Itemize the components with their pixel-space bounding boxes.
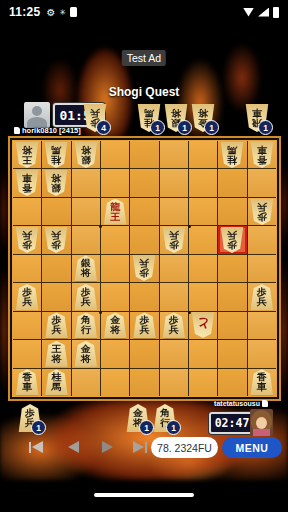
board-square-4f[interactable]	[160, 283, 188, 310]
board-square-3b[interactable]	[189, 169, 217, 196]
shogi-piece-歩兵-sente[interactable]: 歩兵	[15, 284, 39, 310]
avatar-clothes	[253, 429, 270, 436]
shogi-piece-銀将-gote[interactable]: 銀将	[44, 170, 68, 196]
shogi-piece-桂馬-gote[interactable]: 桂馬	[44, 142, 68, 168]
hoshi-dot	[99, 311, 102, 314]
shogi-piece-桂馬-sente[interactable]: 桂馬	[44, 369, 68, 395]
board-square-1h[interactable]	[248, 340, 276, 367]
shogi-piece-と-gote[interactable]: と	[191, 312, 215, 338]
board-square-2h[interactable]	[218, 340, 246, 367]
step-back-button[interactable]	[64, 439, 82, 455]
hand-piece-count-badge: 1	[31, 420, 46, 435]
board-square-6i[interactable]	[101, 369, 129, 396]
board-square-1e[interactable]	[248, 255, 276, 282]
board-square-8i[interactable]: 桂馬	[42, 369, 70, 396]
board-square-9g[interactable]	[13, 312, 41, 339]
board-square-7h[interactable]: 金将	[72, 340, 100, 367]
board-square-8b[interactable]: 銀将	[42, 169, 70, 196]
board-square-2a[interactable]: 桂馬	[218, 141, 246, 168]
board-square-8a[interactable]: 桂馬	[42, 141, 70, 168]
shogi-piece-歩兵-gote[interactable]: 歩兵	[250, 199, 274, 225]
shogi-piece-歩兵-sente[interactable]: 歩兵	[44, 312, 68, 338]
shogi-piece-香車-gote[interactable]: 香車	[250, 142, 274, 168]
shogi-piece-歩兵-gote[interactable]: 歩兵	[15, 227, 39, 253]
board-square-5c[interactable]	[130, 198, 158, 225]
board-square-7c[interactable]	[72, 198, 100, 225]
board-square-2f[interactable]	[218, 283, 246, 310]
board-square-3e[interactable]	[189, 255, 217, 282]
board-square-6a[interactable]	[101, 141, 129, 168]
board-square-2b[interactable]	[218, 169, 246, 196]
board-square-1f[interactable]: 歩兵	[248, 283, 276, 310]
forward-icon	[102, 441, 113, 453]
board-square-5h[interactable]	[130, 340, 158, 367]
shogi-quest-app: 11:25 ⚙ ✳ Test Ad Shogi Quest 01:50 hori…	[0, 0, 288, 512]
hand-piece-count-badge: 1	[258, 120, 273, 135]
board-square-9a[interactable]: 王将	[13, 141, 41, 168]
board-square-7b[interactable]	[72, 169, 100, 196]
board-square-7a[interactable]: 銀将	[72, 141, 100, 168]
hand-piece-歩兵-gote[interactable]: 歩兵4	[83, 104, 107, 132]
menu-button[interactable]: MENU	[222, 437, 282, 458]
board-square-3g[interactable]: と	[189, 312, 217, 339]
shogi-piece-龍王-sente[interactable]: 龍王	[103, 199, 127, 225]
board-square-6e[interactable]	[101, 255, 129, 282]
board-square-1a[interactable]: 香車	[248, 141, 276, 168]
board-square-2g[interactable]	[218, 312, 246, 339]
board-square-9i[interactable]: 香車	[13, 369, 41, 396]
hand-piece-count-badge: 1	[204, 120, 219, 135]
hand-piece-歩兵-sente[interactable]: 歩兵1	[18, 404, 42, 432]
player-clock: 02:47	[209, 412, 255, 434]
shogi-piece-歩兵-sente[interactable]: 歩兵	[250, 284, 274, 310]
board-square-5e[interactable]: 歩兵	[130, 255, 158, 282]
shogi-piece-桂馬-gote[interactable]: 桂馬	[220, 142, 244, 168]
board-square-4e[interactable]	[160, 255, 188, 282]
board-square-8e[interactable]	[42, 255, 70, 282]
board-square-3i[interactable]	[189, 369, 217, 396]
board-square-7f[interactable]: 歩兵	[72, 283, 100, 310]
board-square-7e[interactable]: 銀将	[72, 255, 100, 282]
shogi-piece-歩兵-sente[interactable]: 歩兵	[132, 312, 156, 338]
hoshi-dot	[99, 225, 102, 228]
shogi-piece-香車-gote[interactable]: 香車	[15, 170, 39, 196]
skip-to-start-button[interactable]	[27, 439, 45, 455]
hand-piece-金将-sente[interactable]: 金将1	[126, 404, 150, 432]
hand-piece-角行-sente[interactable]: 角行1	[153, 404, 177, 432]
notification-icon: ✳	[60, 8, 67, 17]
back-icon	[68, 441, 79, 453]
board-square-4d[interactable]: 歩兵	[160, 226, 188, 253]
board-square-7g[interactable]: 角行	[72, 312, 100, 339]
opponent-name-row: horik0810 [2415]	[14, 126, 81, 135]
shogi-piece-香車-sente[interactable]: 香車	[250, 369, 274, 395]
status-time: 11:25	[9, 5, 41, 19]
board-square-8g[interactable]: 歩兵	[42, 312, 70, 339]
board-square-7d[interactable]	[72, 226, 100, 253]
board-square-9c[interactable]	[13, 198, 41, 225]
board-square-3c[interactable]	[189, 198, 217, 225]
board-square-6f[interactable]	[101, 283, 129, 310]
player-badge-icon	[14, 127, 20, 134]
board-square-6d[interactable]	[101, 226, 129, 253]
hand-piece-金将-gote[interactable]: 金将1	[191, 104, 215, 132]
board-square-1c[interactable]: 歩兵	[248, 198, 276, 225]
board-square-3a[interactable]	[189, 141, 217, 168]
player-name-row: tatetatusousu	[150, 400, 268, 407]
hand-piece-飛車-gote[interactable]: 飛車1	[245, 104, 269, 132]
hand-piece-count-badge: 1	[177, 120, 192, 135]
app-title: Shogi Quest	[0, 85, 288, 99]
hand-piece-桂馬-gote[interactable]: 桂馬1	[137, 104, 161, 132]
board-square-4c[interactable]	[160, 198, 188, 225]
shogi-piece-金将-sente[interactable]: 金将	[74, 341, 98, 367]
board-square-1i[interactable]: 香車	[248, 369, 276, 396]
avatar-face	[256, 417, 267, 429]
shogi-piece-銀将-gote[interactable]: 銀将	[74, 142, 98, 168]
board-square-2c[interactable]	[218, 198, 246, 225]
hand-piece-count-badge: 1	[166, 420, 181, 435]
shogi-piece-歩兵-sente[interactable]: 歩兵	[74, 284, 98, 310]
board-square-8d[interactable]: 歩兵	[42, 226, 70, 253]
step-forward-button[interactable]	[98, 439, 116, 455]
board-square-8h[interactable]: 王将	[42, 340, 70, 367]
player-name: tatetatusousu	[214, 400, 260, 407]
hand-piece-count-badge: 1	[139, 420, 154, 435]
board-square-9d[interactable]: 歩兵	[13, 226, 41, 253]
board-square-1b[interactable]	[248, 169, 276, 196]
shogi-piece-角行-sente[interactable]: 角行	[74, 312, 98, 338]
shogi-piece-香車-sente[interactable]: 香車	[15, 369, 39, 395]
battery-icon	[273, 7, 279, 18]
opponent-name: horik0810 [2415]	[22, 126, 81, 135]
board-square-4g[interactable]: 歩兵	[160, 312, 188, 339]
shogi-piece-金将-sente[interactable]: 金将	[103, 312, 127, 338]
player-badge-icon	[262, 400, 268, 407]
board-square-9h[interactable]	[13, 340, 41, 367]
board-square-4h[interactable]	[160, 340, 188, 367]
skip-forward-icon	[133, 441, 144, 453]
board-square-6c[interactable]: 龍王	[101, 198, 129, 225]
board-square-5g[interactable]: 歩兵	[130, 312, 158, 339]
board-square-5d[interactable]	[130, 226, 158, 253]
board-square-5a[interactable]	[130, 141, 158, 168]
shogi-piece-歩兵-gote[interactable]: 歩兵	[132, 255, 156, 281]
shogi-piece-歩兵-sente[interactable]: 歩兵	[162, 312, 186, 338]
board-square-2d[interactable]: 歩兵	[218, 226, 246, 253]
avatar-silhouette-head	[32, 106, 42, 116]
move-indicator[interactable]: 78. 2324FU	[151, 437, 218, 458]
skip-to-end-button[interactable]	[131, 439, 149, 455]
board-square-5f[interactable]	[130, 283, 158, 310]
board-square-9e[interactable]	[13, 255, 41, 282]
shogi-piece-歩兵-gote[interactable]: 歩兵	[220, 227, 244, 253]
board-square-3f[interactable]	[189, 283, 217, 310]
board-square-3d[interactable]	[189, 226, 217, 253]
shogi-piece-銀将-sente[interactable]: 銀将	[74, 255, 98, 281]
gear-icon: ⚙	[47, 7, 56, 18]
board-square-8c[interactable]	[42, 198, 70, 225]
hoshi-dot	[188, 311, 191, 314]
shogi-board: 王将桂馬銀将桂馬香車香車銀将龍王歩兵歩兵歩兵歩兵歩兵銀将歩兵歩兵歩兵歩兵歩兵角行…	[10, 138, 279, 399]
gesture-navigation-bar[interactable]	[94, 493, 194, 497]
lock-icon	[70, 7, 77, 17]
board-square-4a[interactable]	[160, 141, 188, 168]
board-square-2i[interactable]	[218, 369, 246, 396]
hoshi-dot	[188, 225, 191, 228]
player-avatar	[250, 409, 273, 436]
wifi-icon	[243, 8, 254, 17]
hand-piece-銀将-gote[interactable]: 銀将1	[164, 104, 188, 132]
board-square-9b[interactable]: 香車	[13, 169, 41, 196]
opponent-avatar	[24, 102, 50, 128]
shogi-piece-歩兵-gote[interactable]: 歩兵	[44, 227, 68, 253]
shogi-piece-王将-sente[interactable]: 王将	[44, 341, 68, 367]
board-square-5i[interactable]	[130, 369, 158, 396]
signal-icon	[258, 8, 269, 17]
shogi-piece-王将-gote[interactable]: 王将	[15, 142, 39, 168]
board-square-4b[interactable]	[160, 169, 188, 196]
board-square-6g[interactable]: 金将	[101, 312, 129, 339]
board-square-9f[interactable]: 歩兵	[13, 283, 41, 310]
skip-back-icon	[32, 441, 43, 453]
status-bar: 11:25 ⚙ ✳	[0, 0, 288, 24]
hand-piece-count-badge: 1	[150, 120, 165, 135]
board-square-3h[interactable]	[189, 340, 217, 367]
board-square-7i[interactable]	[72, 369, 100, 396]
board-square-6b[interactable]	[101, 169, 129, 196]
board-grid: 王将桂馬銀将桂馬香車香車銀将龍王歩兵歩兵歩兵歩兵歩兵銀将歩兵歩兵歩兵歩兵歩兵角行…	[13, 141, 276, 396]
board-square-4i[interactable]	[160, 369, 188, 396]
board-square-1g[interactable]	[248, 312, 276, 339]
hand-piece-count-badge: 4	[96, 120, 111, 135]
shogi-piece-歩兵-gote[interactable]: 歩兵	[162, 227, 186, 253]
board-square-8f[interactable]	[42, 283, 70, 310]
board-square-6h[interactable]	[101, 340, 129, 367]
board-square-1d[interactable]	[248, 226, 276, 253]
board-square-2e[interactable]	[218, 255, 246, 282]
board-square-5b[interactable]	[130, 169, 158, 196]
test-ad-banner[interactable]: Test Ad	[122, 50, 166, 66]
